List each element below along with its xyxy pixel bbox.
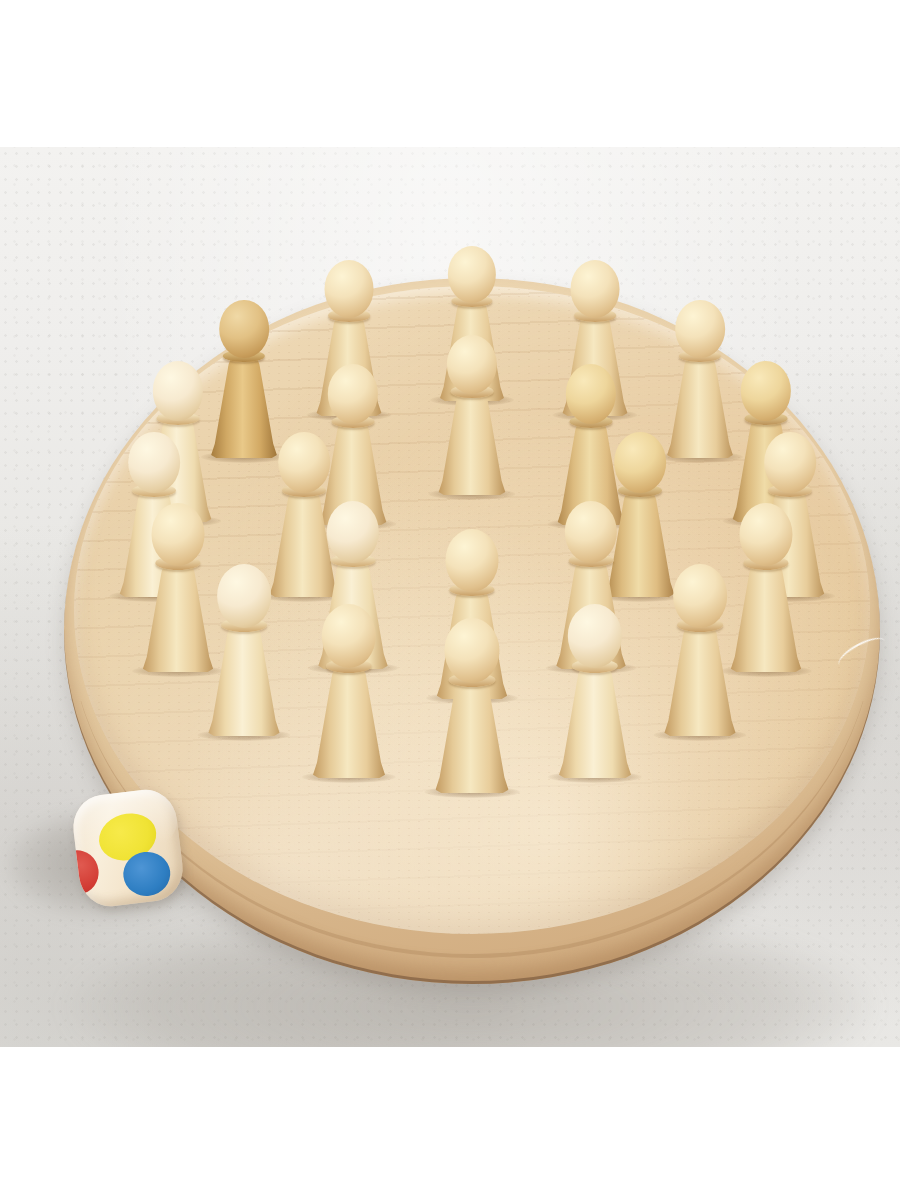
peg-head [447,335,497,394]
peg-head [328,364,378,424]
peg-head [741,361,791,421]
peg-head [565,501,617,563]
peg-head [153,361,203,421]
photo-area [0,147,900,1047]
peg-head [445,529,498,592]
screenshot [0,0,900,1200]
peg-head [151,503,204,566]
peg-head [566,364,616,424]
peg-head [571,260,620,318]
peg-head [448,246,496,303]
peg-head [673,564,727,628]
peg-outer-s[interactable] [432,618,513,793]
peg-head [444,618,499,683]
peg-head [128,432,180,493]
peg-head [568,604,622,668]
peg-outer-se[interactable] [661,564,740,736]
peg-head [217,564,271,628]
peg-body [555,667,635,778]
peg-head [327,501,379,563]
peg-head [675,300,725,358]
peg-body [432,681,513,793]
peg-outer-ssw[interactable] [309,604,389,778]
peg-head [278,432,330,493]
peg-head [739,503,792,566]
color-die[interactable] [70,786,187,910]
peg-body [661,626,740,736]
peg-body [309,667,389,778]
peg-body [435,393,509,495]
peg-head [764,432,816,493]
peg-body [205,626,284,736]
peg-inner-n[interactable] [435,335,509,495]
peg-head [614,432,666,493]
peg-head [219,300,269,358]
peg-head [325,260,374,318]
peg-head [322,604,376,668]
peg-outer-sw[interactable] [205,564,284,736]
peg-outer-sse[interactable] [555,604,635,778]
